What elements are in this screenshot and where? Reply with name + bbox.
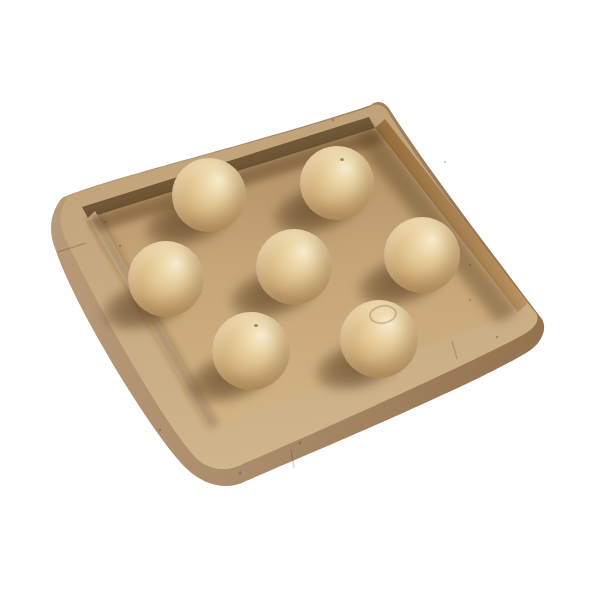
ball-r0c0[interactable] bbox=[172, 158, 246, 232]
ball-r1c0[interactable] bbox=[128, 241, 204, 317]
wood-speck bbox=[340, 158, 344, 161]
board-photo bbox=[0, 0, 600, 600]
ball-r0c1[interactable] bbox=[300, 146, 374, 220]
ball-r1c2[interactable] bbox=[384, 217, 460, 293]
end-grain-ring bbox=[368, 304, 398, 327]
ball-r2c2[interactable] bbox=[340, 300, 418, 378]
wood-speck bbox=[254, 324, 258, 327]
ball-r2c1[interactable] bbox=[212, 312, 290, 390]
ball-r1c1[interactable] bbox=[256, 229, 332, 305]
